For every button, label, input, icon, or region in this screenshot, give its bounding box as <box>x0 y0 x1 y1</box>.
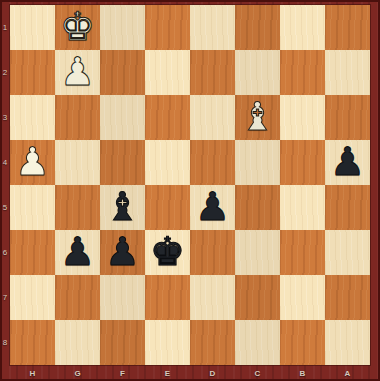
square-h6[interactable] <box>10 230 55 275</box>
white-pawn-piece: ♟ <box>15 142 50 181</box>
square-c7[interactable] <box>235 275 280 320</box>
white-king-piece: ♚ <box>60 7 95 46</box>
square-c5[interactable] <box>235 185 280 230</box>
square-a4[interactable]: ♟ <box>325 140 370 185</box>
square-g5[interactable] <box>55 185 100 230</box>
square-d2[interactable] <box>190 50 235 95</box>
square-b7[interactable] <box>280 275 325 320</box>
square-a7[interactable] <box>325 275 370 320</box>
black-pawn-piece: ♟ <box>60 232 95 271</box>
square-e2[interactable] <box>145 50 190 95</box>
square-b1[interactable] <box>280 5 325 50</box>
square-f2[interactable] <box>100 50 145 95</box>
square-e8[interactable] <box>145 320 190 365</box>
rank-label-8: 8 <box>0 320 10 365</box>
white-pawn-piece: ♟ <box>60 52 95 91</box>
black-pawn-piece: ♟ <box>330 142 365 181</box>
square-f8[interactable] <box>100 320 145 365</box>
black-pawn-piece: ♟ <box>195 187 230 226</box>
square-f3[interactable] <box>100 95 145 140</box>
square-e3[interactable] <box>145 95 190 140</box>
square-c4[interactable] <box>235 140 280 185</box>
square-g2[interactable]: ♟ <box>55 50 100 95</box>
square-h7[interactable] <box>10 275 55 320</box>
square-b8[interactable] <box>280 320 325 365</box>
square-a5[interactable] <box>325 185 370 230</box>
rank-label-7: 7 <box>0 275 10 320</box>
square-c8[interactable] <box>235 320 280 365</box>
square-a6[interactable] <box>325 230 370 275</box>
square-d3[interactable] <box>190 95 235 140</box>
rank-label-5: 5 <box>0 185 10 230</box>
square-a2[interactable] <box>325 50 370 95</box>
square-f1[interactable] <box>100 5 145 50</box>
square-d6[interactable] <box>190 230 235 275</box>
square-g7[interactable] <box>55 275 100 320</box>
file-label-e: E <box>145 365 190 381</box>
square-e7[interactable] <box>145 275 190 320</box>
square-g1[interactable]: ♚ <box>55 5 100 50</box>
rank-label-1: 1 <box>0 5 10 50</box>
chess-board-frame: 12345678 ♚♟♝♟♟♝♟♟♟♚ HGFEDCBA <box>0 0 380 381</box>
white-bishop-piece: ♝ <box>240 97 275 136</box>
square-f6[interactable]: ♟ <box>100 230 145 275</box>
square-g4[interactable] <box>55 140 100 185</box>
square-b4[interactable] <box>280 140 325 185</box>
square-b5[interactable] <box>280 185 325 230</box>
square-e6[interactable]: ♚ <box>145 230 190 275</box>
rank-label-2: 2 <box>0 50 10 95</box>
file-label-d: D <box>190 365 235 381</box>
rank-label-4: 4 <box>0 140 10 185</box>
square-h8[interactable] <box>10 320 55 365</box>
file-label-h: H <box>10 365 55 381</box>
square-b6[interactable] <box>280 230 325 275</box>
square-e5[interactable] <box>145 185 190 230</box>
black-king-piece: ♚ <box>150 232 185 271</box>
square-a3[interactable] <box>325 95 370 140</box>
square-f4[interactable] <box>100 140 145 185</box>
black-pawn-piece: ♟ <box>105 232 140 271</box>
chess-board: ♚♟♝♟♟♝♟♟♟♚ <box>10 5 370 365</box>
rank-label-3: 3 <box>0 95 10 140</box>
square-f5[interactable]: ♝ <box>100 185 145 230</box>
square-h4[interactable]: ♟ <box>10 140 55 185</box>
square-h3[interactable] <box>10 95 55 140</box>
rank-labels: 12345678 <box>0 5 10 365</box>
file-label-f: F <box>100 365 145 381</box>
square-d8[interactable] <box>190 320 235 365</box>
square-a1[interactable] <box>325 5 370 50</box>
square-h1[interactable] <box>10 5 55 50</box>
rank-label-6: 6 <box>0 230 10 275</box>
square-h2[interactable] <box>10 50 55 95</box>
square-g3[interactable] <box>55 95 100 140</box>
square-f7[interactable] <box>100 275 145 320</box>
square-d5[interactable]: ♟ <box>190 185 235 230</box>
square-b2[interactable] <box>280 50 325 95</box>
file-label-a: A <box>325 365 370 381</box>
square-g6[interactable]: ♟ <box>55 230 100 275</box>
square-d4[interactable] <box>190 140 235 185</box>
square-c1[interactable] <box>235 5 280 50</box>
square-c3[interactable]: ♝ <box>235 95 280 140</box>
square-c2[interactable] <box>235 50 280 95</box>
black-bishop-piece: ♝ <box>105 187 140 226</box>
square-e1[interactable] <box>145 5 190 50</box>
square-b3[interactable] <box>280 95 325 140</box>
square-h5[interactable] <box>10 185 55 230</box>
file-label-c: C <box>235 365 280 381</box>
square-a8[interactable] <box>325 320 370 365</box>
square-e4[interactable] <box>145 140 190 185</box>
square-d1[interactable] <box>190 5 235 50</box>
square-c6[interactable] <box>235 230 280 275</box>
square-d7[interactable] <box>190 275 235 320</box>
file-label-b: B <box>280 365 325 381</box>
square-g8[interactable] <box>55 320 100 365</box>
file-label-g: G <box>55 365 100 381</box>
file-labels: HGFEDCBA <box>10 365 370 381</box>
